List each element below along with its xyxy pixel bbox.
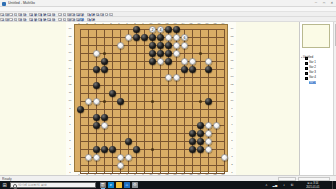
stop-icon[interactable]: ◨ bbox=[38, 18, 42, 22]
board-workspace: 246 112233445566778899101011111212131314… bbox=[0, 22, 336, 175]
tray-chevron-icon[interactable]: ∧ bbox=[265, 182, 267, 188]
coord-row-right: 18 bbox=[230, 35, 233, 37]
coord-row-right: 15 bbox=[230, 59, 233, 61]
coord-row-left: 3 bbox=[68, 155, 71, 157]
coord-row-left: 1 bbox=[68, 171, 71, 173]
coord-col-top: 9 bbox=[141, 22, 144, 24]
coord-row-right: 11 bbox=[230, 91, 233, 93]
white-stone bbox=[205, 146, 212, 153]
black-stone bbox=[93, 66, 100, 73]
show-number-icon[interactable]: ◺ bbox=[63, 18, 67, 22]
white-stone bbox=[181, 42, 188, 49]
paste-icon[interactable]: ◧ bbox=[34, 13, 38, 17]
coord-row-right: 8 bbox=[230, 115, 233, 117]
black-stone bbox=[149, 42, 156, 49]
hoshi-point bbox=[103, 100, 106, 103]
coord-row-right: 12 bbox=[230, 83, 233, 85]
coord-row-right: 1 bbox=[230, 171, 233, 173]
setup-white-icon[interactable]: ◩ bbox=[91, 18, 95, 22]
setup-black-icon[interactable]: ◨ bbox=[87, 18, 91, 22]
white-stone bbox=[165, 34, 172, 41]
white-stone bbox=[173, 42, 180, 49]
white-stone bbox=[205, 130, 212, 137]
start-button[interactable]: ⊞ bbox=[0, 181, 9, 189]
move-number-label: 2 bbox=[149, 26, 154, 31]
white-stone bbox=[125, 154, 132, 161]
black-stone bbox=[181, 66, 188, 73]
go-first-icon[interactable]: ▤ bbox=[0, 18, 4, 22]
black-stone bbox=[149, 50, 156, 57]
black-stone bbox=[93, 114, 100, 121]
side-panel: ▪ UntitledVar 1Var 2Var 3Var 4Var 5 bbox=[299, 22, 333, 175]
black-stone bbox=[101, 66, 108, 73]
copy-icon[interactable]: ▦ bbox=[29, 13, 33, 17]
coord-col-top: 15 bbox=[189, 22, 192, 24]
white-stone bbox=[157, 58, 164, 65]
setup-icon[interactable]: ◿ bbox=[58, 13, 62, 17]
hoshi-point bbox=[199, 52, 202, 55]
white-stone bbox=[165, 74, 172, 81]
black-stone bbox=[149, 34, 156, 41]
coord-col-top: 12 bbox=[165, 22, 168, 24]
coord-row-left: 6 bbox=[68, 131, 71, 133]
store-icon[interactable]: ⌂ bbox=[124, 182, 130, 188]
auto-play-icon[interactable]: ◧ bbox=[34, 18, 38, 22]
preview-icon[interactable]: ▨ bbox=[23, 13, 27, 17]
coord-row-left: 8 bbox=[68, 115, 71, 117]
move-number-label: 4 bbox=[157, 26, 162, 31]
coord-col-top: 11 bbox=[157, 22, 160, 24]
hoshi-point bbox=[199, 100, 202, 103]
play-icon[interactable]: ▦ bbox=[29, 18, 33, 22]
letter-icon[interactable]: ▧ bbox=[67, 13, 71, 17]
taskbar-clock[interactable]: 오후 3:14 2021-01-01 bbox=[300, 181, 326, 189]
forward-icon[interactable]: ◺ bbox=[14, 18, 18, 22]
square-mark-icon[interactable]: ▨ bbox=[71, 13, 75, 17]
coord-row-right: 7 bbox=[230, 123, 233, 125]
white-stone bbox=[205, 58, 212, 65]
black-stone bbox=[197, 146, 204, 153]
hoshi-point bbox=[151, 100, 154, 103]
save-as-icon[interactable]: ◺ bbox=[14, 13, 18, 17]
back-10-icon[interactable]: ▥ bbox=[5, 18, 9, 22]
coord-row-right: 4 bbox=[230, 147, 233, 149]
settings-icon[interactable]: ⚙ bbox=[132, 182, 138, 188]
maximize-button[interactable]: □ bbox=[322, 1, 326, 4]
system-tray: ∧ ▂▄ ◖ 한 오후 3:14 2021-01-01 bbox=[265, 181, 335, 189]
coord-row-right: 17 bbox=[230, 43, 233, 45]
coord-row-right: 13 bbox=[230, 75, 233, 77]
coord-row-right: 14 bbox=[230, 67, 233, 69]
hoshi-point bbox=[103, 52, 106, 55]
black-stone bbox=[189, 146, 196, 153]
zoom-out-icon[interactable]: ▥ bbox=[100, 13, 104, 17]
new-icon[interactable]: ▤ bbox=[0, 13, 4, 17]
find-icon[interactable]: ◧ bbox=[80, 18, 84, 22]
tree-icon[interactable]: ◩ bbox=[91, 13, 95, 17]
coord-col-top: 16 bbox=[197, 22, 200, 24]
coord-row-right: 3 bbox=[230, 155, 233, 157]
white-stone bbox=[173, 34, 180, 41]
tree-node-icon bbox=[305, 67, 308, 70]
white-stone bbox=[125, 34, 132, 41]
black-stone bbox=[205, 98, 212, 105]
coord-col-top: 1 bbox=[77, 22, 80, 24]
status-text: Ready bbox=[2, 178, 12, 181]
tree-node-icon bbox=[305, 77, 308, 80]
white-stone bbox=[85, 98, 92, 105]
white-stone bbox=[173, 74, 180, 81]
tree-node-icon bbox=[305, 72, 308, 75]
tree-node-icon bbox=[305, 62, 308, 65]
coord-row-left: 7 bbox=[68, 123, 71, 125]
black-stone bbox=[133, 26, 140, 33]
black-stone bbox=[109, 146, 116, 153]
zoom-in-icon[interactable]: ▤ bbox=[96, 13, 100, 17]
go-board[interactable]: 246 bbox=[74, 24, 228, 172]
white-stone bbox=[93, 154, 100, 161]
count-icon[interactable]: ▦ bbox=[76, 18, 80, 22]
coord-row-left: 11 bbox=[68, 91, 71, 93]
coord-row-right: 6 bbox=[230, 131, 233, 133]
coord-col-top: 8 bbox=[133, 22, 136, 24]
white-stone bbox=[205, 122, 212, 129]
coord-row-right: 2 bbox=[230, 163, 233, 165]
coord-row-left: 2 bbox=[68, 163, 71, 165]
coord-col-top: 5 bbox=[109, 22, 112, 24]
black-stone bbox=[165, 58, 172, 65]
black-stone bbox=[109, 90, 116, 97]
coord-col-top: 13 bbox=[173, 22, 176, 24]
prev-var-icon[interactable]: ◩ bbox=[43, 18, 47, 22]
black-stone bbox=[197, 138, 204, 145]
tree-item[interactable]: Var 5 bbox=[301, 76, 332, 81]
black-stone bbox=[165, 50, 172, 57]
go-last-icon[interactable]: ▨ bbox=[23, 18, 27, 22]
board-icon[interactable]: ◩ bbox=[43, 13, 47, 17]
white-stone bbox=[205, 138, 212, 145]
white-stone bbox=[117, 162, 124, 169]
coord-row-left: 13 bbox=[68, 75, 71, 77]
coord-col-top: 7 bbox=[125, 22, 128, 24]
coord-row-left: 14 bbox=[68, 67, 71, 69]
pass-icon[interactable]: ◺ bbox=[63, 13, 67, 17]
multigo-app-icon[interactable]: 圍 bbox=[100, 182, 106, 188]
save-icon[interactable]: ◿ bbox=[9, 13, 13, 17]
delete-icon[interactable]: ◨ bbox=[38, 13, 42, 17]
back-icon[interactable]: ◿ bbox=[9, 18, 13, 22]
stones-layer: 246 bbox=[75, 25, 227, 171]
coord-row-left: 16 bbox=[68, 51, 71, 53]
white-stone bbox=[85, 154, 92, 161]
white-stone bbox=[221, 154, 228, 161]
comment-icon[interactable]: ◨ bbox=[87, 13, 91, 17]
show-next-icon[interactable]: ◿ bbox=[58, 18, 62, 22]
game-info-box bbox=[302, 24, 330, 48]
coord-row-left: 18 bbox=[68, 35, 71, 37]
white-stone bbox=[93, 50, 100, 57]
tray-ime-indicator[interactable]: 한 bbox=[290, 182, 293, 188]
black-stone bbox=[157, 50, 164, 57]
black-stone bbox=[189, 66, 196, 73]
white-stone bbox=[213, 122, 220, 129]
black-stone bbox=[189, 130, 196, 137]
search-placeholder: 여기에 입력하여 검색 bbox=[18, 185, 47, 188]
coord-row-right: 16 bbox=[230, 51, 233, 53]
app-window: Untitled - MultiGo ─ □ ✕ FileEditViewNav… bbox=[0, 0, 336, 189]
black-stone bbox=[133, 34, 140, 41]
file-explorer-icon[interactable] bbox=[116, 182, 122, 188]
black-stone bbox=[77, 106, 84, 113]
show-desktop-button[interactable] bbox=[332, 181, 335, 189]
black-stone bbox=[93, 122, 100, 129]
game-info-icon[interactable]: ▥ bbox=[52, 13, 56, 17]
coord-col-top: 2 bbox=[85, 22, 88, 24]
black-stone bbox=[149, 58, 156, 65]
black-stone bbox=[133, 146, 140, 153]
search-icon bbox=[13, 184, 17, 188]
black-stone bbox=[205, 66, 212, 73]
black-stone bbox=[125, 138, 132, 145]
number-mark-icon[interactable]: ◧ bbox=[80, 13, 84, 17]
black-stone bbox=[189, 138, 196, 145]
black-stone bbox=[101, 146, 108, 153]
coord-row-left: 17 bbox=[68, 43, 71, 45]
black-stone bbox=[93, 82, 100, 89]
coord-row-left: 4 bbox=[68, 147, 71, 149]
next-var-icon[interactable]: ▤ bbox=[47, 18, 51, 22]
white-stone bbox=[173, 50, 180, 57]
coord-row-left: 19 bbox=[68, 27, 71, 29]
tray-volume-icon[interactable]: ◖ bbox=[283, 182, 285, 188]
edge-icon[interactable]: e bbox=[108, 182, 114, 188]
coord-col-top: 17 bbox=[205, 22, 208, 24]
white-stone bbox=[93, 98, 100, 105]
coord-col-top: 3 bbox=[93, 22, 96, 24]
main-line-icon[interactable]: ▥ bbox=[52, 18, 56, 22]
clock-time: 오후 3:14 bbox=[306, 182, 319, 184]
tray-network-icon[interactable]: ▂▄ bbox=[273, 182, 278, 188]
black-stone bbox=[173, 26, 180, 33]
black-stone bbox=[157, 42, 164, 49]
coord-row-right: 10 bbox=[230, 99, 233, 101]
close-button[interactable]: ✕ bbox=[330, 1, 334, 4]
coord-row-right: 19 bbox=[230, 27, 233, 29]
coord-col-top: 14 bbox=[181, 22, 184, 24]
taskbar: ⊞ 여기에 입력하여 검색 ∧ ▂▄ ◖ 한 오후 3:14 2021-01-0… bbox=[0, 181, 336, 189]
black-stone bbox=[101, 58, 108, 65]
coord-row-left: 10 bbox=[68, 99, 71, 101]
coord-row-left: 15 bbox=[68, 59, 71, 61]
options-icon[interactable]: ◿ bbox=[105, 13, 109, 17]
black-stone bbox=[117, 98, 124, 105]
minimize-button[interactable]: ─ bbox=[314, 1, 318, 4]
white-stone bbox=[117, 154, 124, 161]
black-stone bbox=[165, 26, 172, 33]
coord-col-top: 6 bbox=[117, 22, 120, 24]
title-bar[interactable]: Untitled - MultiGo ─ □ ✕ bbox=[0, 0, 336, 7]
move-number-label: 6 bbox=[181, 34, 186, 39]
coord-col-top: 10 bbox=[149, 22, 152, 24]
triangle-mark-icon[interactable]: ▦ bbox=[76, 13, 80, 17]
open-icon[interactable]: ▥ bbox=[5, 13, 9, 17]
taskbar-search-input[interactable]: 여기에 입력하여 검색 bbox=[10, 182, 96, 188]
app-icon bbox=[2, 2, 6, 6]
black-stone bbox=[141, 34, 148, 41]
coord-col-top: 19 bbox=[221, 22, 224, 24]
clock-date: 2021-01-01 bbox=[306, 186, 319, 188]
coord-row-left: 12 bbox=[68, 83, 71, 85]
white-stone bbox=[181, 58, 188, 65]
rotate-icon[interactable]: ▤ bbox=[47, 13, 51, 17]
black-stone bbox=[101, 114, 108, 121]
analyze-icon[interactable]: ▨ bbox=[71, 18, 75, 22]
forward-10-icon[interactable]: ▧ bbox=[18, 18, 22, 22]
tree-node-icon bbox=[305, 57, 308, 60]
show-mark-icon[interactable]: ▧ bbox=[67, 18, 71, 22]
coord-row-left: 5 bbox=[68, 139, 71, 141]
black-stone bbox=[165, 42, 172, 49]
white-stone bbox=[101, 122, 108, 129]
coord-row-left: 9 bbox=[68, 107, 71, 109]
print-icon[interactable]: ▧ bbox=[18, 13, 22, 17]
black-stone bbox=[157, 34, 164, 41]
coord-row-right: 5 bbox=[230, 139, 233, 141]
coord-col-top: 18 bbox=[213, 22, 216, 24]
help-icon[interactable]: ◺ bbox=[109, 13, 113, 17]
black-stone bbox=[197, 130, 204, 137]
coord-col-top: 4 bbox=[101, 22, 104, 24]
game-tree: ▪ UntitledVar 1Var 2Var 3Var 4Var 5 bbox=[301, 51, 332, 81]
white-stone bbox=[189, 58, 196, 65]
window-title: Untitled - MultiGo bbox=[8, 2, 35, 5]
black-stone bbox=[197, 122, 204, 129]
black-stone bbox=[93, 146, 100, 153]
coord-row-right: 9 bbox=[230, 107, 233, 109]
hoshi-point bbox=[151, 148, 154, 151]
white-stone bbox=[117, 42, 124, 49]
